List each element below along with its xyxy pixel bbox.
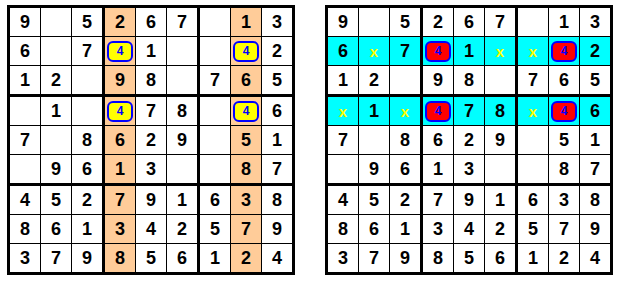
cell-r7c8: 3 xyxy=(231,186,262,215)
cell-r2c4: 4 xyxy=(423,37,454,66)
cell-r7c3: 2 xyxy=(72,186,105,215)
cell-r2c3: 7 xyxy=(390,37,423,66)
cell-r8c3: 1 xyxy=(390,215,423,244)
elimination-x-r4c7: x xyxy=(518,97,549,126)
cell-r3c5: 8 xyxy=(454,66,485,97)
cell-r8c8: 7 xyxy=(231,215,262,244)
cell-r6c6 xyxy=(167,155,200,186)
cell-r8c2: 6 xyxy=(41,215,72,244)
cell-r8c7: 5 xyxy=(200,215,231,244)
sudoku-row-9: 379856124 xyxy=(328,244,610,272)
candidate-4-marker: 4 xyxy=(107,101,133,122)
cell-r5c8: 5 xyxy=(231,126,262,155)
cell-r8c6: 2 xyxy=(167,215,200,244)
cell-r3c1: 1 xyxy=(10,66,41,97)
cell-r8c9: 9 xyxy=(580,215,610,244)
cell-r2c5: 1 xyxy=(136,37,167,66)
sudoku-row-1: 9526713 xyxy=(10,8,292,37)
sudoku-row-5: 7862951 xyxy=(328,126,610,155)
cell-r6c5: 3 xyxy=(136,155,167,186)
cell-r1c3: 5 xyxy=(390,8,423,37)
cell-r2c1: 6 xyxy=(10,37,41,66)
cell-r6c9: 7 xyxy=(580,155,610,186)
cell-r7c1: 4 xyxy=(10,186,41,215)
cell-r1c6: 7 xyxy=(485,8,518,37)
cell-r5c4: 6 xyxy=(423,126,454,155)
elimination-x-r2c2: x xyxy=(359,37,390,66)
cell-r4c9: 6 xyxy=(580,97,610,126)
cell-r8c9: 9 xyxy=(262,215,292,244)
cell-r5c7 xyxy=(200,126,231,155)
cell-r4c5: 7 xyxy=(136,97,167,126)
sudoku-row-8: 861342579 xyxy=(328,215,610,244)
cell-r9c5: 5 xyxy=(454,244,485,272)
cell-r6c7 xyxy=(200,155,231,186)
sudoku-row-1: 9526713 xyxy=(328,8,610,37)
cell-r5c1: 7 xyxy=(10,126,41,155)
cell-r5c7 xyxy=(518,126,549,155)
cell-r1c1: 9 xyxy=(10,8,41,37)
cell-r2c9: 2 xyxy=(580,37,610,66)
cell-r6c5: 3 xyxy=(454,155,485,186)
cell-r9c2: 7 xyxy=(359,244,390,272)
cell-r1c5: 6 xyxy=(454,8,485,37)
candidate-4-marker: 4 xyxy=(425,101,451,122)
cell-r7c4: 7 xyxy=(423,186,454,215)
cell-r3c8: 6 xyxy=(549,66,580,97)
cell-r5c8: 5 xyxy=(549,126,580,155)
sudoku-row-7: 452791638 xyxy=(328,186,610,215)
cell-r1c5: 6 xyxy=(136,8,167,37)
cell-r6c4: 1 xyxy=(423,155,454,186)
candidate-4-marker: 4 xyxy=(233,101,259,122)
cell-r2c6 xyxy=(167,37,200,66)
sudoku-row-8: 861342579 xyxy=(10,215,292,244)
cell-r9c3: 9 xyxy=(390,244,423,272)
cell-r9c7: 1 xyxy=(518,244,549,272)
cell-r7c2: 5 xyxy=(359,186,390,215)
cell-r7c7: 6 xyxy=(200,186,231,215)
cell-r6c8: 8 xyxy=(231,155,262,186)
cell-r9c7: 1 xyxy=(200,244,231,272)
cell-r1c2 xyxy=(41,8,72,37)
cell-r5c3: 8 xyxy=(72,126,105,155)
cell-r7c8: 3 xyxy=(549,186,580,215)
cell-r9c6: 6 xyxy=(167,244,200,272)
cell-r3c2: 2 xyxy=(359,66,390,97)
cell-r8c4: 3 xyxy=(423,215,454,244)
cell-r8c6: 2 xyxy=(485,215,518,244)
cell-r1c4: 2 xyxy=(423,8,454,37)
cell-r4c4: 4 xyxy=(105,97,136,126)
cell-r6c7 xyxy=(518,155,549,186)
sudoku-row-3: 1298765 xyxy=(10,66,292,97)
sudoku-row-4: x1x478x46 xyxy=(328,97,610,126)
cell-r1c3: 5 xyxy=(72,8,105,37)
cell-r3c7: 7 xyxy=(200,66,231,97)
sudoku-row-7: 452791638 xyxy=(10,186,292,215)
cell-r9c2: 7 xyxy=(41,244,72,272)
cell-r9c9: 4 xyxy=(580,244,610,272)
cell-r4c2: 1 xyxy=(41,97,72,126)
cell-r5c3: 8 xyxy=(390,126,423,155)
cell-r5c6: 9 xyxy=(485,126,518,155)
cell-r3c4: 9 xyxy=(423,66,454,97)
cell-r7c6: 1 xyxy=(167,186,200,215)
cell-r4c2: 1 xyxy=(359,97,390,126)
cell-r7c3: 2 xyxy=(390,186,423,215)
cell-r5c4: 6 xyxy=(105,126,136,155)
cell-r2c9: 2 xyxy=(262,37,292,66)
cell-r1c9: 3 xyxy=(262,8,292,37)
cell-r5c9: 1 xyxy=(580,126,610,155)
cell-r8c7: 5 xyxy=(518,215,549,244)
sudoku-row-2: 6x741xx42 xyxy=(328,37,610,66)
cell-r1c2 xyxy=(359,8,390,37)
cell-r8c1: 8 xyxy=(10,215,41,244)
cell-r2c1: 6 xyxy=(328,37,359,66)
cell-r6c6 xyxy=(485,155,518,186)
cell-r9c1: 3 xyxy=(328,244,359,272)
cell-r4c9: 6 xyxy=(262,97,292,126)
cell-r3c6 xyxy=(167,66,200,97)
sudoku-boards-container: 9526713674142129876514784678629519613874… xyxy=(0,0,622,275)
elimination-x-r4c3: x xyxy=(390,97,423,126)
sudoku-row-2: 674142 xyxy=(10,37,292,66)
cell-r1c1: 9 xyxy=(328,8,359,37)
sudoku-row-3: 1298765 xyxy=(328,66,610,97)
cell-r4c3 xyxy=(72,97,105,126)
cell-r2c8: 4 xyxy=(549,37,580,66)
cell-r3c5: 8 xyxy=(136,66,167,97)
cell-r5c6: 9 xyxy=(167,126,200,155)
cell-r3c9: 5 xyxy=(580,66,610,97)
sudoku-row-5: 7862951 xyxy=(10,126,292,155)
cell-r6c8: 8 xyxy=(549,155,580,186)
cell-r1c9: 3 xyxy=(580,8,610,37)
cell-r2c3: 7 xyxy=(72,37,105,66)
cell-r3c6 xyxy=(485,66,518,97)
cell-r8c1: 8 xyxy=(328,215,359,244)
sudoku-row-6: 961387 xyxy=(10,155,292,186)
cell-r9c6: 6 xyxy=(485,244,518,272)
cell-r4c8: 4 xyxy=(549,97,580,126)
cell-r5c2 xyxy=(359,126,390,155)
cell-r4c1 xyxy=(10,97,41,126)
elimination-x-r2c7: x xyxy=(518,37,549,66)
elimination-x-r4c1: x xyxy=(328,97,359,126)
cell-r3c1: 1 xyxy=(328,66,359,97)
cell-r7c5: 9 xyxy=(136,186,167,215)
cell-r2c4: 4 xyxy=(105,37,136,66)
candidate-4-marker: 4 xyxy=(233,41,259,62)
cell-r4c4: 4 xyxy=(423,97,454,126)
cell-r7c4: 7 xyxy=(105,186,136,215)
cell-r8c4: 3 xyxy=(105,215,136,244)
cell-r8c5: 4 xyxy=(454,215,485,244)
cell-r8c2: 6 xyxy=(359,215,390,244)
cell-r6c3: 6 xyxy=(72,155,105,186)
cell-r7c1: 4 xyxy=(328,186,359,215)
cell-r9c4: 8 xyxy=(423,244,454,272)
cell-r5c5: 2 xyxy=(454,126,485,155)
cell-r7c9: 8 xyxy=(580,186,610,215)
cell-r3c9: 5 xyxy=(262,66,292,97)
cell-r9c4: 8 xyxy=(105,244,136,272)
sudoku-row-4: 147846 xyxy=(10,97,292,126)
cell-r9c9: 4 xyxy=(262,244,292,272)
elimination-x-r2c6: x xyxy=(485,37,518,66)
sudoku-grid-left: 9526713674142129876514784678629519613874… xyxy=(7,5,295,275)
candidate-4-marker: 4 xyxy=(425,41,451,62)
cell-r6c2: 9 xyxy=(41,155,72,186)
cell-r1c8: 1 xyxy=(231,8,262,37)
cell-r6c1 xyxy=(10,155,41,186)
candidate-4-marker: 4 xyxy=(107,41,133,62)
cell-r9c8: 2 xyxy=(231,244,262,272)
cell-r8c8: 7 xyxy=(549,215,580,244)
cell-r7c7: 6 xyxy=(518,186,549,215)
cell-r7c5: 9 xyxy=(454,186,485,215)
cell-r4c8: 4 xyxy=(231,97,262,126)
cell-r9c1: 3 xyxy=(10,244,41,272)
candidate-4-marker: 4 xyxy=(551,101,577,122)
cell-r6c3: 6 xyxy=(390,155,423,186)
cell-r9c3: 9 xyxy=(72,244,105,272)
cell-r3c3 xyxy=(390,66,423,97)
cell-r3c7: 7 xyxy=(518,66,549,97)
cell-r8c3: 1 xyxy=(72,215,105,244)
cell-r3c3 xyxy=(72,66,105,97)
cell-r1c8: 1 xyxy=(549,8,580,37)
cell-r9c5: 5 xyxy=(136,244,167,272)
cell-r4c5: 7 xyxy=(454,97,485,126)
cell-r2c5: 1 xyxy=(454,37,485,66)
cell-r1c4: 2 xyxy=(105,8,136,37)
cell-r6c2: 9 xyxy=(359,155,390,186)
cell-r6c1 xyxy=(328,155,359,186)
cell-r7c9: 8 xyxy=(262,186,292,215)
cell-r2c7 xyxy=(200,37,231,66)
cell-r4c7 xyxy=(200,97,231,126)
sudoku-row-6: 961387 xyxy=(328,155,610,186)
sudoku-row-9: 379856124 xyxy=(10,244,292,272)
cell-r5c2 xyxy=(41,126,72,155)
cell-r2c2 xyxy=(41,37,72,66)
cell-r6c4: 1 xyxy=(105,155,136,186)
candidate-4-marker: 4 xyxy=(551,41,577,62)
cell-r1c6: 7 xyxy=(167,8,200,37)
cell-r3c4: 9 xyxy=(105,66,136,97)
cell-r4c6: 8 xyxy=(485,97,518,126)
cell-r9c8: 2 xyxy=(549,244,580,272)
cell-r4c6: 8 xyxy=(167,97,200,126)
cell-r7c2: 5 xyxy=(41,186,72,215)
cell-r3c2: 2 xyxy=(41,66,72,97)
cell-r5c1: 7 xyxy=(328,126,359,155)
cell-r1c7 xyxy=(518,8,549,37)
cell-r5c5: 2 xyxy=(136,126,167,155)
cell-r1c7 xyxy=(200,8,231,37)
cell-r5c9: 1 xyxy=(262,126,292,155)
cell-r2c8: 4 xyxy=(231,37,262,66)
cell-r7c6: 1 xyxy=(485,186,518,215)
cell-r8c5: 4 xyxy=(136,215,167,244)
cell-r3c8: 6 xyxy=(231,66,262,97)
cell-r6c9: 7 xyxy=(262,155,292,186)
sudoku-grid-right: 95267136x741xx421298765x1x478x4678629519… xyxy=(325,5,613,275)
